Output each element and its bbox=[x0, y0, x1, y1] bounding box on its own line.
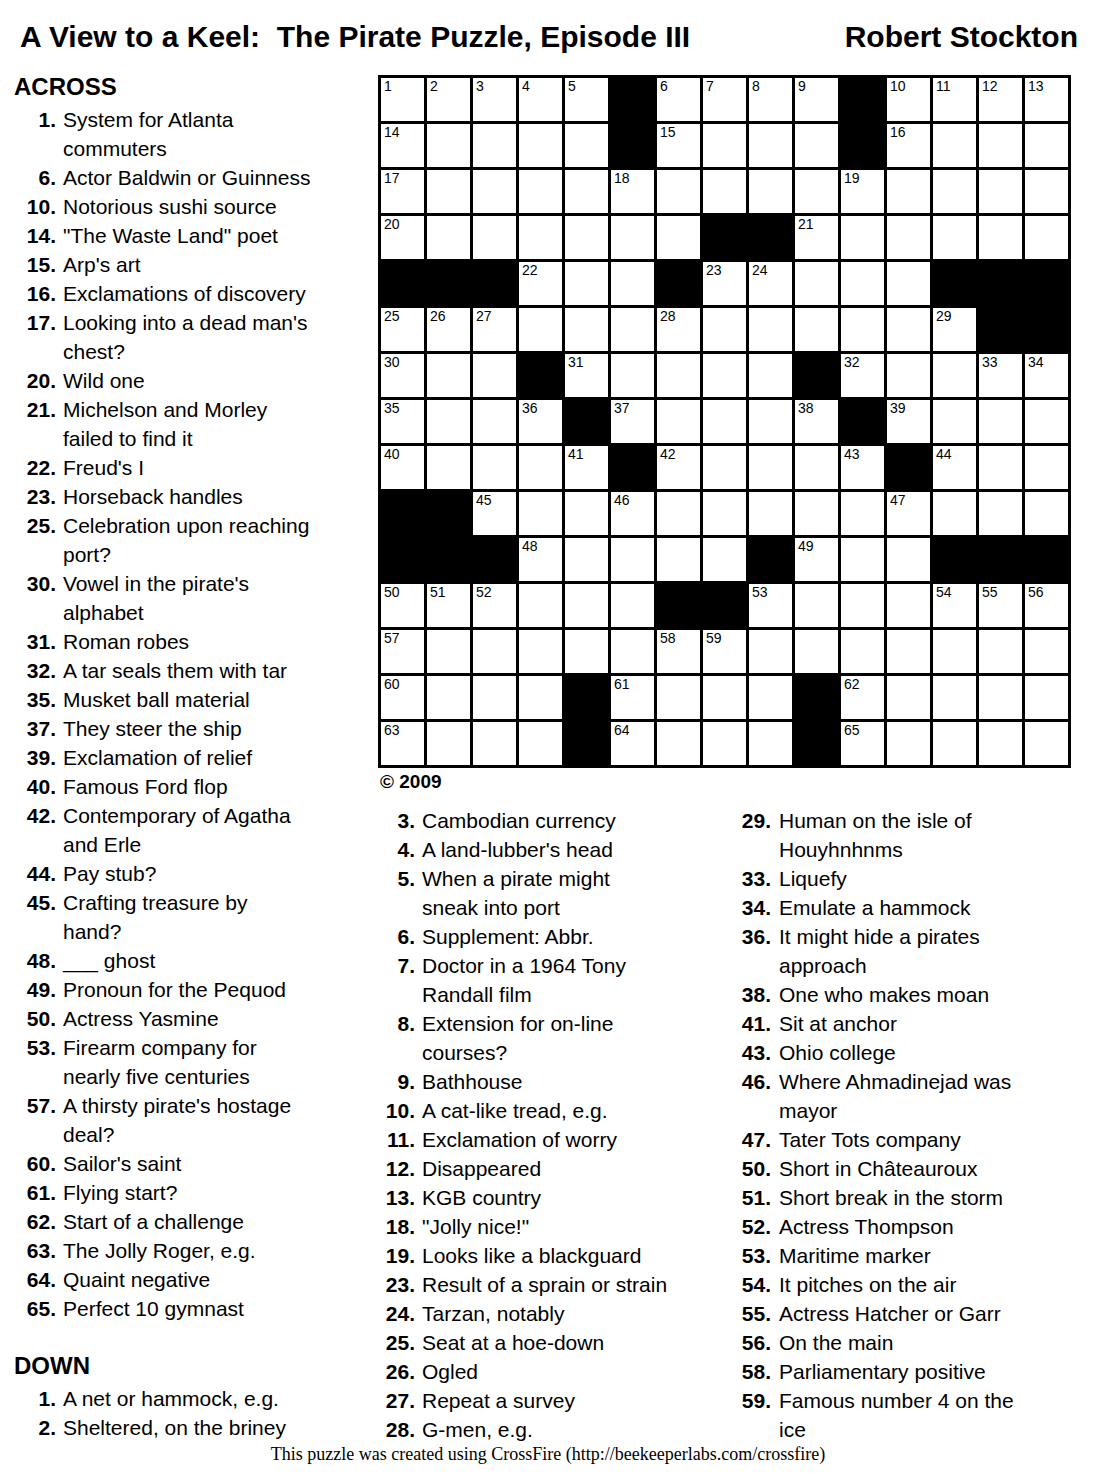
clue-number: 18. bbox=[378, 1212, 415, 1241]
cell-r13c15[interactable] bbox=[1025, 630, 1068, 673]
clue-text: A net or hammock, e.g. bbox=[63, 1387, 279, 1410]
cell-r14c14[interactable] bbox=[979, 676, 1022, 719]
cell-number: 7 bbox=[706, 79, 714, 94]
cell-r5c12[interactable] bbox=[887, 262, 930, 305]
cell-r1c10[interactable]: 9 bbox=[795, 78, 838, 121]
cell-r2c14[interactable] bbox=[979, 124, 1022, 167]
clue-text: Vowel in the pirate's alphabet bbox=[63, 572, 249, 624]
cell-r6c1[interactable]: 25 bbox=[381, 308, 424, 351]
copyright: © 2009 bbox=[380, 771, 442, 793]
clue-text: Cambodian currency bbox=[422, 809, 616, 832]
cell-r12c11[interactable] bbox=[841, 584, 884, 627]
cell-r3c13[interactable] bbox=[933, 170, 976, 213]
clue-number: 15. bbox=[14, 250, 56, 279]
cell-r12c4[interactable] bbox=[519, 584, 562, 627]
clue-number: 62. bbox=[14, 1207, 56, 1236]
cell-r3c9[interactable] bbox=[749, 170, 792, 213]
cell-number: 19 bbox=[844, 171, 860, 186]
clue-across-37: 37.They steer the ship bbox=[14, 714, 376, 743]
cell-r11c5[interactable] bbox=[565, 538, 608, 581]
clue-across-48: 48.___ ghost bbox=[14, 946, 376, 975]
cell-r2c4[interactable] bbox=[519, 124, 562, 167]
cell-r7c12[interactable] bbox=[887, 354, 930, 397]
cell-r5c9[interactable]: 24 bbox=[749, 262, 792, 305]
clue-down-7: 7.Doctor in a 1964 Tony Randall film bbox=[378, 951, 730, 1009]
clue-text: Human on the isle of Houyhnhnms bbox=[779, 809, 972, 861]
cell-r7c3[interactable] bbox=[473, 354, 516, 397]
cell-r9c1[interactable]: 40 bbox=[381, 446, 424, 489]
cell-r13c8[interactable]: 59 bbox=[703, 630, 746, 673]
cell-r9c3[interactable] bbox=[473, 446, 516, 489]
cell-r12c6[interactable] bbox=[611, 584, 654, 627]
cell-r7c11[interactable]: 32 bbox=[841, 354, 884, 397]
cell-r11c12[interactable] bbox=[887, 538, 930, 581]
cell-r11c4[interactable]: 48 bbox=[519, 538, 562, 581]
clue-down-3: 3.Cambodian currency bbox=[378, 806, 730, 835]
cell-number: 57 bbox=[384, 631, 400, 646]
cell-r13c2[interactable] bbox=[427, 630, 470, 673]
cell-number: 63 bbox=[384, 723, 400, 738]
cell-r2c15[interactable] bbox=[1025, 124, 1068, 167]
cell-r9c4[interactable] bbox=[519, 446, 562, 489]
cell-r7c15[interactable]: 34 bbox=[1025, 354, 1068, 397]
cell-r5c6[interactable] bbox=[611, 262, 654, 305]
clue-across-23: 23.Horseback handles bbox=[14, 482, 376, 511]
cell-number: 55 bbox=[982, 585, 998, 600]
cell-r1c8[interactable]: 7 bbox=[703, 78, 746, 121]
cell-number: 60 bbox=[384, 677, 400, 692]
cell-r11c6[interactable] bbox=[611, 538, 654, 581]
clue-text: Exclamation of worry bbox=[422, 1128, 617, 1151]
clue-text: Ohio college bbox=[779, 1041, 896, 1064]
clue-number: 5. bbox=[378, 864, 415, 893]
cell-r3c8[interactable] bbox=[703, 170, 746, 213]
cell-number: 12 bbox=[982, 79, 998, 94]
cell-number: 44 bbox=[936, 447, 952, 462]
cell-number: 30 bbox=[384, 355, 400, 370]
cell-r9c15[interactable] bbox=[1025, 446, 1068, 489]
cell-r8c14[interactable] bbox=[979, 400, 1022, 443]
clue-text: Exclamations of discovery bbox=[63, 282, 306, 305]
cell-number: 61 bbox=[614, 677, 630, 692]
cell-r13c11[interactable] bbox=[841, 630, 884, 673]
clue-text: System for Atlanta commuters bbox=[63, 108, 233, 160]
cell-r3c4[interactable] bbox=[519, 170, 562, 213]
cell-r15c2[interactable] bbox=[427, 722, 470, 765]
cell-r10c8[interactable] bbox=[703, 492, 746, 535]
cell-r13c7[interactable]: 58 bbox=[657, 630, 700, 673]
clue-text: A cat-like tread, e.g. bbox=[422, 1099, 608, 1122]
clue-number: 24. bbox=[378, 1299, 415, 1328]
cell-number: 62 bbox=[844, 677, 860, 692]
clue-number: 43. bbox=[733, 1038, 771, 1067]
cell-r3c6[interactable]: 18 bbox=[611, 170, 654, 213]
cell-r1c3[interactable]: 3 bbox=[473, 78, 516, 121]
cell-r11c11[interactable] bbox=[841, 538, 884, 581]
clue-text: When a pirate might sneak into port bbox=[422, 867, 610, 919]
cell-r10c7[interactable] bbox=[657, 492, 700, 535]
clue-number: 41. bbox=[733, 1009, 771, 1038]
cell-r10c14[interactable] bbox=[979, 492, 1022, 535]
cell-r3c2[interactable] bbox=[427, 170, 470, 213]
clue-text: Pay stub? bbox=[63, 862, 156, 885]
cell-number: 3 bbox=[476, 79, 484, 94]
cell-r6c4[interactable] bbox=[519, 308, 562, 351]
cell-r9c8[interactable] bbox=[703, 446, 746, 489]
cell-r14c8[interactable] bbox=[703, 676, 746, 719]
cell-r14c15[interactable] bbox=[1025, 676, 1068, 719]
cell-r9c9[interactable] bbox=[749, 446, 792, 489]
clue-text: One who makes moan bbox=[779, 983, 989, 1006]
cell-r15c4[interactable] bbox=[519, 722, 562, 765]
black-cell-r5c1 bbox=[381, 262, 424, 305]
cell-r4c10[interactable]: 21 bbox=[795, 216, 838, 259]
cell-r15c14[interactable] bbox=[979, 722, 1022, 765]
cell-r15c13[interactable] bbox=[933, 722, 976, 765]
black-cell-r9c6 bbox=[611, 446, 654, 489]
clue-number: 17. bbox=[14, 308, 56, 337]
cell-r3c12[interactable] bbox=[887, 170, 930, 213]
cell-r9c10[interactable] bbox=[795, 446, 838, 489]
clue-down-19: 19.Looks like a blackguard bbox=[378, 1241, 730, 1270]
cell-r6c3[interactable]: 27 bbox=[473, 308, 516, 351]
clue-text: Extension for on-line courses? bbox=[422, 1012, 613, 1064]
cell-r2c9[interactable] bbox=[749, 124, 792, 167]
clue-text: Seat at a hoe-down bbox=[422, 1331, 604, 1354]
clue-across-62: 62.Start of a challenge bbox=[14, 1207, 376, 1236]
cell-r13c9[interactable] bbox=[749, 630, 792, 673]
cell-r6c2[interactable]: 26 bbox=[427, 308, 470, 351]
cell-r7c6[interactable] bbox=[611, 354, 654, 397]
clue-number: 44. bbox=[14, 859, 56, 888]
clue-number: 6. bbox=[14, 163, 56, 192]
cell-r6c7[interactable]: 28 bbox=[657, 308, 700, 351]
clue-number: 63. bbox=[14, 1236, 56, 1265]
cell-r6c9[interactable] bbox=[749, 308, 792, 351]
black-cell-r6c15 bbox=[1025, 308, 1068, 351]
cell-r7c2[interactable] bbox=[427, 354, 470, 397]
cell-r12c12[interactable] bbox=[887, 584, 930, 627]
cell-r2c5[interactable] bbox=[565, 124, 608, 167]
cell-r5c10[interactable] bbox=[795, 262, 838, 305]
cell-r6c6[interactable] bbox=[611, 308, 654, 351]
cell-r2c3[interactable] bbox=[473, 124, 516, 167]
clue-text: Short break in the storm bbox=[779, 1186, 1003, 1209]
clue-number: 6. bbox=[378, 922, 415, 951]
cell-r15c11[interactable]: 65 bbox=[841, 722, 884, 765]
clue-text: Flying start? bbox=[63, 1181, 177, 1204]
clue-number: 4. bbox=[378, 835, 415, 864]
clue-text: Arp's art bbox=[63, 253, 141, 276]
cell-r13c13[interactable] bbox=[933, 630, 976, 673]
clue-across-31: 31.Roman robes bbox=[14, 627, 376, 656]
down-clues-column-right: 29.Human on the isle of Houyhnhnms33.Liq… bbox=[733, 806, 1095, 1444]
clue-text: Maritime marker bbox=[779, 1244, 931, 1267]
clue-down-24: 24.Tarzan, notably bbox=[378, 1299, 730, 1328]
cell-r5c8[interactable]: 23 bbox=[703, 262, 746, 305]
cell-r8c15[interactable] bbox=[1025, 400, 1068, 443]
clue-number: 50. bbox=[14, 1004, 56, 1033]
cell-number: 35 bbox=[384, 401, 400, 416]
cell-r6c5[interactable] bbox=[565, 308, 608, 351]
cell-r4c2[interactable] bbox=[427, 216, 470, 259]
cell-r3c10[interactable] bbox=[795, 170, 838, 213]
cell-r13c6[interactable] bbox=[611, 630, 654, 673]
clue-across-57: 57.A thirsty pirate's hostage deal? bbox=[14, 1091, 376, 1149]
cell-r3c7[interactable] bbox=[657, 170, 700, 213]
cell-r8c13[interactable] bbox=[933, 400, 976, 443]
cell-r6c13[interactable]: 29 bbox=[933, 308, 976, 351]
clue-text: Ogled bbox=[422, 1360, 478, 1383]
cell-r2c8[interactable] bbox=[703, 124, 746, 167]
cell-r15c3[interactable] bbox=[473, 722, 516, 765]
cell-r4c13[interactable] bbox=[933, 216, 976, 259]
cell-r1c9[interactable]: 8 bbox=[749, 78, 792, 121]
cell-r10c10[interactable] bbox=[795, 492, 838, 535]
cell-r2c1[interactable]: 14 bbox=[381, 124, 424, 167]
cell-r9c5[interactable]: 41 bbox=[565, 446, 608, 489]
cell-r7c9[interactable] bbox=[749, 354, 792, 397]
cell-r12c2[interactable]: 51 bbox=[427, 584, 470, 627]
cell-r5c4[interactable]: 22 bbox=[519, 262, 562, 305]
cell-r1c15[interactable]: 13 bbox=[1025, 78, 1068, 121]
cell-r8c4[interactable]: 36 bbox=[519, 400, 562, 443]
clue-number: 51. bbox=[733, 1183, 771, 1212]
cell-r13c5[interactable] bbox=[565, 630, 608, 673]
cell-r14c13[interactable] bbox=[933, 676, 976, 719]
cell-r9c2[interactable] bbox=[427, 446, 470, 489]
cell-r10c3[interactable]: 45 bbox=[473, 492, 516, 535]
clue-down-1: 1.A net or hammock, e.g. bbox=[14, 1384, 376, 1413]
cell-r15c1[interactable]: 63 bbox=[381, 722, 424, 765]
cell-r8c7[interactable] bbox=[657, 400, 700, 443]
cell-r10c12[interactable]: 47 bbox=[887, 492, 930, 535]
cell-r6c11[interactable] bbox=[841, 308, 884, 351]
black-cell-r5c15 bbox=[1025, 262, 1068, 305]
cell-r10c15[interactable] bbox=[1025, 492, 1068, 535]
cell-r13c4[interactable] bbox=[519, 630, 562, 673]
cell-r15c15[interactable] bbox=[1025, 722, 1068, 765]
cell-r8c2[interactable] bbox=[427, 400, 470, 443]
clue-text: Looks like a blackguard bbox=[422, 1244, 641, 1267]
cell-r10c6[interactable]: 46 bbox=[611, 492, 654, 535]
clue-number: 45. bbox=[14, 888, 56, 917]
cell-r3c3[interactable] bbox=[473, 170, 516, 213]
cell-r10c5[interactable] bbox=[565, 492, 608, 535]
clue-down-18: 18."Jolly nice!" bbox=[378, 1212, 730, 1241]
cell-r8c12[interactable]: 39 bbox=[887, 400, 930, 443]
cell-r9c13[interactable]: 44 bbox=[933, 446, 976, 489]
black-cell-r5c3 bbox=[473, 262, 516, 305]
cell-r12c5[interactable] bbox=[565, 584, 608, 627]
cell-r4c3[interactable] bbox=[473, 216, 516, 259]
cell-r1c1[interactable]: 1 bbox=[381, 78, 424, 121]
cell-number: 51 bbox=[430, 585, 446, 600]
cell-r15c6[interactable]: 64 bbox=[611, 722, 654, 765]
cell-number: 18 bbox=[614, 171, 630, 186]
cell-r3c5[interactable] bbox=[565, 170, 608, 213]
cell-r7c7[interactable] bbox=[657, 354, 700, 397]
cell-number: 24 bbox=[752, 263, 768, 278]
cell-r6c12[interactable] bbox=[887, 308, 930, 351]
clue-across-39: 39.Exclamation of relief bbox=[14, 743, 376, 772]
cell-r12c15[interactable]: 56 bbox=[1025, 584, 1068, 627]
clue-number: 65. bbox=[14, 1294, 56, 1323]
cell-r1c5[interactable]: 5 bbox=[565, 78, 608, 121]
cell-r14c2[interactable] bbox=[427, 676, 470, 719]
cell-r7c14[interactable]: 33 bbox=[979, 354, 1022, 397]
black-cell-r12c8 bbox=[703, 584, 746, 627]
cell-r14c3[interactable] bbox=[473, 676, 516, 719]
cell-r1c12[interactable]: 10 bbox=[887, 78, 930, 121]
cell-r15c8[interactable] bbox=[703, 722, 746, 765]
down-header: DOWN bbox=[14, 1351, 376, 1381]
clue-down-56: 56.On the main bbox=[733, 1328, 1095, 1357]
down-clues-column-middle: 3.Cambodian currency4.A land-lubber's he… bbox=[378, 806, 730, 1444]
clue-across-60: 60.Sailor's saint bbox=[14, 1149, 376, 1178]
clue-text: Firearm company for nearly five centurie… bbox=[63, 1036, 257, 1088]
clue-text: Sheltered, on the briney bbox=[63, 1416, 286, 1439]
cell-r6c8[interactable] bbox=[703, 308, 746, 351]
cell-r14c11[interactable]: 62 bbox=[841, 676, 884, 719]
cell-r7c13[interactable] bbox=[933, 354, 976, 397]
across-clues-list: 1.System for Atlanta commuters6.Actor Ba… bbox=[14, 105, 376, 1323]
cell-r4c11[interactable] bbox=[841, 216, 884, 259]
clue-text: Freud's I bbox=[63, 456, 144, 479]
cell-r1c13[interactable]: 11 bbox=[933, 78, 976, 121]
cell-r2c12[interactable]: 16 bbox=[887, 124, 930, 167]
cell-r10c13[interactable] bbox=[933, 492, 976, 535]
cell-r1c7[interactable]: 6 bbox=[657, 78, 700, 121]
cell-r9c7[interactable]: 42 bbox=[657, 446, 700, 489]
cell-r15c12[interactable] bbox=[887, 722, 930, 765]
cell-r13c1[interactable]: 57 bbox=[381, 630, 424, 673]
cell-r10c4[interactable] bbox=[519, 492, 562, 535]
cell-r12c13[interactable]: 54 bbox=[933, 584, 976, 627]
black-cell-r5c2 bbox=[427, 262, 470, 305]
clue-text: Repeat a survey bbox=[422, 1389, 575, 1412]
cell-r10c9[interactable] bbox=[749, 492, 792, 535]
cell-r10c11[interactable] bbox=[841, 492, 884, 535]
clue-number: 34. bbox=[733, 893, 771, 922]
black-cell-r1c6 bbox=[611, 78, 654, 121]
cell-r14c6[interactable]: 61 bbox=[611, 676, 654, 719]
cell-r15c9[interactable] bbox=[749, 722, 792, 765]
cell-r4c6[interactable] bbox=[611, 216, 654, 259]
clue-text: A land-lubber's head bbox=[422, 838, 613, 861]
cell-number: 47 bbox=[890, 493, 906, 508]
black-cell-r15c10 bbox=[795, 722, 838, 765]
cell-r14c9[interactable] bbox=[749, 676, 792, 719]
clue-down-59: 59.Famous number 4 on the ice bbox=[733, 1386, 1095, 1444]
cell-r8c10[interactable]: 38 bbox=[795, 400, 838, 443]
crossword-grid: 1234567891011121314151617181920212223242… bbox=[378, 75, 1071, 768]
cell-r7c8[interactable] bbox=[703, 354, 746, 397]
cell-r2c7[interactable]: 15 bbox=[657, 124, 700, 167]
clue-down-4: 4.A land-lubber's head bbox=[378, 835, 730, 864]
cell-r14c1[interactable]: 60 bbox=[381, 676, 424, 719]
cell-r15c7[interactable] bbox=[657, 722, 700, 765]
cell-r3c11[interactable]: 19 bbox=[841, 170, 884, 213]
cell-r1c2[interactable]: 2 bbox=[427, 78, 470, 121]
cell-r12c14[interactable]: 55 bbox=[979, 584, 1022, 627]
cell-r4c7[interactable] bbox=[657, 216, 700, 259]
cell-r4c1[interactable]: 20 bbox=[381, 216, 424, 259]
cell-number: 6 bbox=[660, 79, 668, 94]
clue-down-53: 53.Maritime marker bbox=[733, 1241, 1095, 1270]
cell-r2c2[interactable] bbox=[427, 124, 470, 167]
clue-number: 10. bbox=[378, 1096, 415, 1125]
cell-r5c11[interactable] bbox=[841, 262, 884, 305]
cell-r3c1[interactable]: 17 bbox=[381, 170, 424, 213]
cell-r2c10[interactable] bbox=[795, 124, 838, 167]
cell-r11c8[interactable] bbox=[703, 538, 746, 581]
cell-r13c10[interactable] bbox=[795, 630, 838, 673]
cell-r9c11[interactable]: 43 bbox=[841, 446, 884, 489]
cell-r12c3[interactable]: 52 bbox=[473, 584, 516, 627]
cell-r4c5[interactable] bbox=[565, 216, 608, 259]
down-clues-list-left: 1.A net or hammock, e.g.2.Sheltered, on … bbox=[14, 1384, 376, 1442]
cell-r9c14[interactable] bbox=[979, 446, 1022, 489]
cell-number: 43 bbox=[844, 447, 860, 462]
cell-r14c4[interactable] bbox=[519, 676, 562, 719]
cell-r4c4[interactable] bbox=[519, 216, 562, 259]
clue-text: A tar seals them with tar bbox=[63, 659, 287, 682]
cell-number: 46 bbox=[614, 493, 630, 508]
cell-r4c15[interactable] bbox=[1025, 216, 1068, 259]
cell-r3c15[interactable] bbox=[1025, 170, 1068, 213]
cell-number: 52 bbox=[476, 585, 492, 600]
cell-r11c7[interactable] bbox=[657, 538, 700, 581]
cell-r5c5[interactable] bbox=[565, 262, 608, 305]
cell-r8c3[interactable] bbox=[473, 400, 516, 443]
cell-r14c7[interactable] bbox=[657, 676, 700, 719]
clue-number: 53. bbox=[733, 1241, 771, 1270]
cell-r7c1[interactable]: 30 bbox=[381, 354, 424, 397]
cell-r13c12[interactable] bbox=[887, 630, 930, 673]
clue-number: 9. bbox=[378, 1067, 415, 1096]
cell-r12c10[interactable] bbox=[795, 584, 838, 627]
cell-r6c10[interactable] bbox=[795, 308, 838, 351]
cell-number: 8 bbox=[752, 79, 760, 94]
cell-r8c9[interactable] bbox=[749, 400, 792, 443]
clue-across-40: 40.Famous Ford flop bbox=[14, 772, 376, 801]
cell-r8c6[interactable]: 37 bbox=[611, 400, 654, 443]
cell-r3c14[interactable] bbox=[979, 170, 1022, 213]
cell-r12c9[interactable]: 53 bbox=[749, 584, 792, 627]
cell-r13c14[interactable] bbox=[979, 630, 1022, 673]
clue-down-28: 28.G-men, e.g. bbox=[378, 1415, 730, 1444]
clue-down-34: 34.Emulate a hammock bbox=[733, 893, 1095, 922]
cell-number: 32 bbox=[844, 355, 860, 370]
cell-number: 26 bbox=[430, 309, 446, 324]
cell-r2c13[interactable] bbox=[933, 124, 976, 167]
clue-text: Celebration upon reaching port? bbox=[63, 514, 309, 566]
cell-r4c12[interactable] bbox=[887, 216, 930, 259]
cell-r1c14[interactable]: 12 bbox=[979, 78, 1022, 121]
cell-r4c14[interactable] bbox=[979, 216, 1022, 259]
cell-r8c8[interactable] bbox=[703, 400, 746, 443]
clue-text: Disappeared bbox=[422, 1157, 541, 1180]
cell-r11c10[interactable]: 49 bbox=[795, 538, 838, 581]
cell-r14c12[interactable] bbox=[887, 676, 930, 719]
cell-r7c5[interactable]: 31 bbox=[565, 354, 608, 397]
cell-r8c1[interactable]: 35 bbox=[381, 400, 424, 443]
cell-r1c4[interactable]: 4 bbox=[519, 78, 562, 121]
cell-r12c1[interactable]: 50 bbox=[381, 584, 424, 627]
clue-text: Perfect 10 gymnast bbox=[63, 1297, 244, 1320]
cell-r13c3[interactable] bbox=[473, 630, 516, 673]
